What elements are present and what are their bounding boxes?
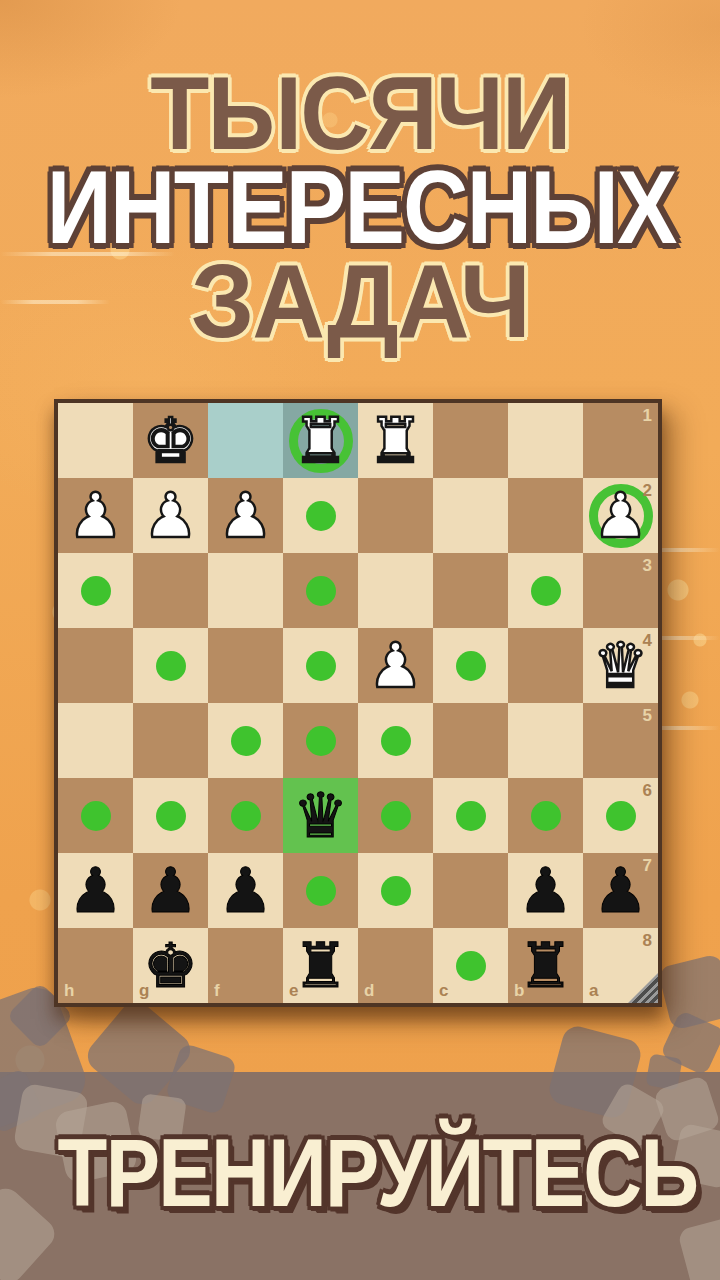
resize-grip-icon: [628, 973, 658, 1003]
white-king[interactable]: ♚: [133, 403, 208, 478]
file-label-a: a: [589, 981, 598, 1001]
square-a3[interactable]: 3: [583, 553, 658, 628]
square-h7[interactable]: ♟: [58, 853, 133, 928]
square-f2[interactable]: ♟: [208, 478, 283, 553]
white-pawn[interactable]: ♟: [358, 628, 433, 703]
square-g2[interactable]: ♟: [133, 478, 208, 553]
square-d5[interactable]: [358, 703, 433, 778]
square-e8[interactable]: ♜e: [283, 928, 358, 1003]
rank-label-5: 5: [643, 706, 652, 726]
square-f4[interactable]: [208, 628, 283, 703]
square-h6[interactable]: [58, 778, 133, 853]
square-b1[interactable]: [508, 403, 583, 478]
square-c3[interactable]: [433, 553, 508, 628]
hero-line-3: ЗАДАЧ: [11, 254, 709, 348]
legal-move-dot[interactable]: [156, 801, 186, 831]
square-c5[interactable]: [433, 703, 508, 778]
file-label-b: b: [514, 981, 524, 1001]
white-rook[interactable]: ♜: [283, 403, 358, 478]
square-h4[interactable]: [58, 628, 133, 703]
square-c1[interactable]: [433, 403, 508, 478]
square-f7[interactable]: ♟: [208, 853, 283, 928]
square-a8[interactable]: 8a: [583, 928, 658, 1003]
square-c6[interactable]: [433, 778, 508, 853]
legal-move-dot[interactable]: [531, 576, 561, 606]
file-label-g: g: [139, 981, 149, 1001]
square-d8[interactable]: d: [358, 928, 433, 1003]
square-b6[interactable]: [508, 778, 583, 853]
white-pawn[interactable]: ♟: [208, 478, 283, 553]
square-d6[interactable]: [358, 778, 433, 853]
square-g7[interactable]: ♟: [133, 853, 208, 928]
app-screen: { "app": { "hero_lines": ["ТЫСЯЧИ", "ИНТ…: [0, 0, 720, 1280]
legal-move-dot[interactable]: [81, 801, 111, 831]
black-queen[interactable]: ♛: [283, 778, 358, 853]
footer-title: ТРЕНИРУЙТЕСЬ: [58, 1123, 663, 1223]
square-a2[interactable]: ♟2: [583, 478, 658, 553]
black-pawn[interactable]: ♟: [58, 853, 133, 928]
square-d7[interactable]: [358, 853, 433, 928]
legal-move-dot[interactable]: [456, 801, 486, 831]
square-h2[interactable]: ♟: [58, 478, 133, 553]
rank-label-3: 3: [643, 556, 652, 576]
square-e6[interactable]: ♛: [283, 778, 358, 853]
legal-move-dot[interactable]: [531, 801, 561, 831]
rank-label-6: 6: [643, 781, 652, 801]
square-a4[interactable]: ♛4: [583, 628, 658, 703]
square-g4[interactable]: [133, 628, 208, 703]
legal-move-dot[interactable]: [456, 951, 486, 981]
legal-move-dot[interactable]: [306, 576, 336, 606]
square-b8[interactable]: ♜b: [508, 928, 583, 1003]
legal-move-dot[interactable]: [306, 651, 336, 681]
square-c8[interactable]: c: [433, 928, 508, 1003]
black-pawn[interactable]: ♟: [133, 853, 208, 928]
legal-move-dot[interactable]: [381, 726, 411, 756]
square-f5[interactable]: [208, 703, 283, 778]
square-f8[interactable]: f: [208, 928, 283, 1003]
legal-move-dot[interactable]: [156, 651, 186, 681]
legal-move-dot[interactable]: [381, 876, 411, 906]
square-b4[interactable]: [508, 628, 583, 703]
square-e1[interactable]: ♜: [283, 403, 358, 478]
white-pawn[interactable]: ♟: [133, 478, 208, 553]
square-e5[interactable]: [283, 703, 358, 778]
square-e4[interactable]: [283, 628, 358, 703]
legal-move-dot[interactable]: [81, 576, 111, 606]
square-b7[interactable]: ♟: [508, 853, 583, 928]
hero-title: ТЫСЯЧИ ИНТЕРЕСНЫХ ЗАДАЧ: [0, 66, 720, 348]
square-h8[interactable]: h: [58, 928, 133, 1003]
square-h1[interactable]: [58, 403, 133, 478]
file-label-e: e: [289, 981, 298, 1001]
rank-label-2: 2: [643, 481, 652, 501]
file-label-d: d: [364, 981, 374, 1001]
square-g1[interactable]: ♚: [133, 403, 208, 478]
legal-move-dot[interactable]: [306, 726, 336, 756]
rank-label-8: 8: [643, 931, 652, 951]
square-e7[interactable]: [283, 853, 358, 928]
square-f3[interactable]: [208, 553, 283, 628]
square-b2[interactable]: [508, 478, 583, 553]
square-d4[interactable]: ♟: [358, 628, 433, 703]
legal-move-dot[interactable]: [456, 651, 486, 681]
chess-board[interactable]: ♚♜♜1♟♟♟♟23♟♛45♛6♟♟♟♟♟7h♚gf♜edc♜b8a: [58, 403, 658, 1003]
legal-move-dot[interactable]: [606, 801, 636, 831]
square-c2[interactable]: [433, 478, 508, 553]
legal-move-dot[interactable]: [306, 876, 336, 906]
rank-label-1: 1: [643, 406, 652, 426]
board-frame: ♚♜♜1♟♟♟♟23♟♛45♛6♟♟♟♟♟7h♚gf♜edc♜b8a: [54, 399, 662, 1007]
square-a5[interactable]: 5: [583, 703, 658, 778]
square-h3[interactable]: [58, 553, 133, 628]
file-label-c: c: [439, 981, 448, 1001]
square-g3[interactable]: [133, 553, 208, 628]
black-pawn[interactable]: ♟: [508, 853, 583, 928]
square-g5[interactable]: [133, 703, 208, 778]
rank-label-7: 7: [643, 856, 652, 876]
square-a6[interactable]: 6: [583, 778, 658, 853]
square-g6[interactable]: [133, 778, 208, 853]
square-c4[interactable]: [433, 628, 508, 703]
white-rook[interactable]: ♜: [358, 403, 433, 478]
square-c7[interactable]: [433, 853, 508, 928]
square-d1[interactable]: ♜: [358, 403, 433, 478]
square-f6[interactable]: [208, 778, 283, 853]
rank-label-4: 4: [643, 631, 652, 651]
legal-move-dot[interactable]: [231, 726, 261, 756]
square-d2[interactable]: [358, 478, 433, 553]
white-pawn[interactable]: ♟: [58, 478, 133, 553]
square-f1[interactable]: [208, 403, 283, 478]
square-b3[interactable]: [508, 553, 583, 628]
hero-line-2: ИНТЕРЕСНЫХ: [47, 160, 673, 254]
file-label-h: h: [64, 981, 74, 1001]
square-h5[interactable]: [58, 703, 133, 778]
square-a1[interactable]: 1: [583, 403, 658, 478]
square-a7[interactable]: ♟7: [583, 853, 658, 928]
legal-move-dot[interactable]: [231, 801, 261, 831]
black-pawn[interactable]: ♟: [208, 853, 283, 928]
legal-move-dot[interactable]: [381, 801, 411, 831]
file-label-f: f: [214, 981, 220, 1001]
square-e2[interactable]: [283, 478, 358, 553]
legal-move-dot[interactable]: [306, 501, 336, 531]
square-e3[interactable]: [283, 553, 358, 628]
square-g8[interactable]: ♚g: [133, 928, 208, 1003]
square-d3[interactable]: [358, 553, 433, 628]
square-b5[interactable]: [508, 703, 583, 778]
hero-line-1: ТЫСЯЧИ: [25, 66, 695, 160]
